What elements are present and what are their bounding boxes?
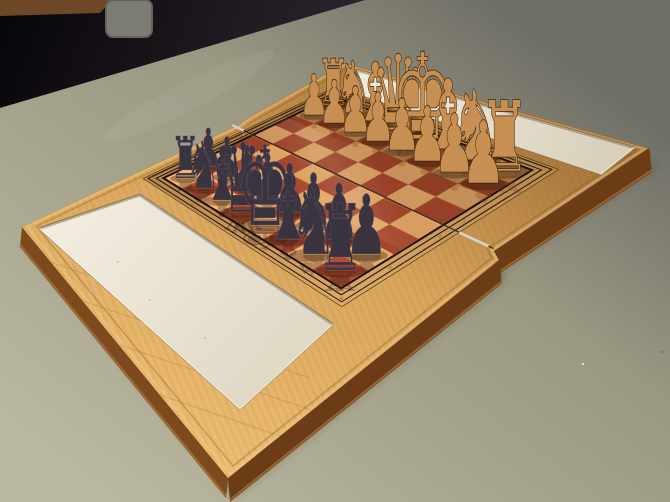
brass-pin xyxy=(340,297,343,300)
dust-speck xyxy=(661,351,663,353)
felt-speck xyxy=(149,299,151,301)
dust-speck xyxy=(299,429,301,431)
piece-white-pawn-h2[interactable]: ♟♟ xyxy=(461,103,506,209)
brass-pin xyxy=(545,168,548,171)
dust-speck xyxy=(582,363,584,365)
piece-glyph-pawn: ♟ xyxy=(461,103,506,205)
brass-pin xyxy=(389,266,392,269)
brass-pin xyxy=(151,177,154,180)
piece-black-rook-h8[interactable]: ♜♜ xyxy=(316,185,364,297)
felt-speck xyxy=(204,337,206,339)
chess-set-photo: ♜♜♞♞♟♟♝♝♟♟♛♛♟♟♚♚♟♟♝♝♟♟♞♞♟♟♟♟♜♜♟♟♟♟♜♜♟♟♟♟… xyxy=(0,0,670,502)
felt-speck xyxy=(117,261,119,263)
table-leg xyxy=(106,0,152,37)
scene-canvas: ♜♜♞♞♟♟♝♝♟♟♛♛♟♟♚♚♟♟♝♝♟♟♞♞♟♟♟♟♜♜♟♟♟♟♜♜♟♟♟♟… xyxy=(0,0,670,502)
piece-glyph-rook: ♜ xyxy=(316,185,364,293)
